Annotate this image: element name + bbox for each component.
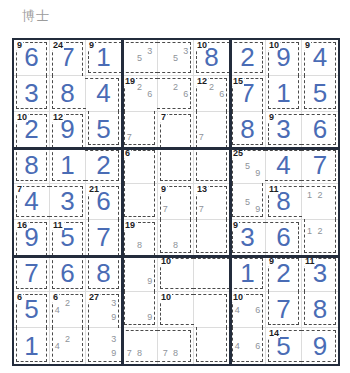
cell-r8c8[interactable]: 7	[266, 292, 302, 328]
cell-r9c6[interactable]	[194, 328, 230, 364]
cell-r4c3[interactable]: 2	[86, 148, 122, 184]
pencil-mark: 9	[255, 204, 260, 213]
cage-sum-label: 16	[16, 220, 28, 230]
pencil-mark: 4	[235, 342, 240, 351]
cell-r6c3[interactable]: 7	[86, 220, 122, 256]
pencil-mark: 6	[219, 89, 224, 98]
cell-r9c9[interactable]: 9	[302, 328, 338, 364]
cell-r7c7[interactable]: 1	[230, 256, 266, 292]
cage-sum-label: 21	[88, 184, 100, 194]
pencil-mark: 5	[137, 53, 142, 62]
cage-sum-label: 11	[52, 220, 64, 230]
pencil-mark: 8	[137, 349, 142, 358]
pencil-mark: 4	[55, 342, 60, 351]
pencil-mark: 8	[173, 240, 178, 249]
cell-digit: 1	[50, 148, 85, 183]
cell-r5c6[interactable]: 137	[194, 184, 230, 220]
cage-sum-label: 11	[304, 256, 316, 266]
cell-digit: 6	[266, 220, 301, 255]
cell-r2c8[interactable]: 1	[266, 76, 302, 112]
cage-sum-label: 10	[196, 40, 208, 50]
cell-digit: 6	[50, 256, 85, 291]
pencil-mark: 3	[111, 334, 116, 343]
cage-sum-label: 14	[268, 328, 280, 338]
cage-sum-label: 27	[88, 292, 100, 302]
pencil-mark: 8	[173, 349, 178, 358]
cell-r4c6[interactable]	[194, 148, 230, 184]
cell-digit: 7	[302, 148, 338, 183]
pencil-mark: 8	[137, 240, 142, 249]
cell-digit: 1	[14, 328, 49, 364]
pencil-mark: 7	[199, 132, 204, 141]
pencil-mark: 2	[65, 334, 70, 343]
cell-r1c6[interactable]: 108	[194, 40, 230, 76]
cell-r5c5[interactable]: 97	[158, 184, 194, 220]
cage-border	[193, 294, 227, 328]
cage-sum-label: 10	[232, 292, 244, 302]
cell-r3c7[interactable]: 8	[230, 112, 266, 148]
cage-sum-label: 9	[16, 40, 23, 50]
cell-r6c5[interactable]: 8	[158, 220, 194, 256]
cell-r1c1[interactable]: 96	[14, 40, 50, 76]
pencil-mark: 2	[317, 190, 322, 199]
cell-r7c3[interactable]: 8	[86, 256, 122, 292]
cell-r3c3[interactable]: 5	[86, 112, 122, 148]
cell-digit: 6	[302, 112, 338, 147]
cell-r4c1[interactable]: 8	[14, 148, 50, 184]
pencil-mark: 5	[245, 197, 250, 206]
cell-r7c6[interactable]	[194, 256, 230, 292]
cell-r5c1[interactable]: 74	[14, 184, 50, 220]
cell-r4c7[interactable]: 2559	[230, 148, 266, 184]
pencil-mark: 9	[147, 276, 152, 285]
cell-r1c8[interactable]: 109	[266, 40, 302, 76]
pencil-mark: 7	[127, 132, 132, 141]
cell-r9c4[interactable]: 78	[122, 328, 158, 364]
pencil-mark: 7	[163, 204, 168, 213]
cell-digit: 1	[230, 256, 265, 291]
cage-sum-label: 9	[160, 184, 167, 194]
cell-digit: 8	[302, 292, 338, 327]
cell-r2c7[interactable]: 157	[230, 76, 266, 112]
cell-digit: 7	[86, 220, 121, 255]
killer-sudoku-board: 9624791353510821099438419262612261571510…	[14, 40, 338, 364]
cell-r2c1[interactable]: 3	[14, 76, 50, 112]
cell-r9c8[interactable]: 145	[266, 328, 302, 364]
cell-digit: 8	[86, 256, 121, 291]
pencil-mark: 6	[255, 342, 260, 351]
cell-r2c6[interactable]: 1226	[194, 76, 230, 112]
cell-r3c5[interactable]: 7	[158, 112, 194, 148]
cell-digit: 3	[50, 184, 85, 219]
pencil-mark: 5	[173, 53, 178, 62]
cell-r6c2[interactable]: 115	[50, 220, 86, 256]
cell-r3c9[interactable]: 6	[302, 112, 338, 148]
cell-r5c8[interactable]: 118	[266, 184, 302, 220]
cell-r6c8[interactable]: 6	[266, 220, 302, 256]
pencil-mark: 6	[147, 89, 152, 98]
pencil-mark: 9	[255, 168, 260, 177]
cage-border	[196, 147, 227, 181]
cell-r4c8[interactable]: 4	[266, 148, 302, 184]
cage-sum-label: 24	[52, 40, 64, 50]
cell-r8c2[interactable]: 624	[50, 292, 86, 328]
cell-r8c7[interactable]: 1046	[230, 292, 266, 328]
cell-r8c6[interactable]	[194, 292, 230, 328]
cell-r8c5[interactable]: 10	[158, 292, 194, 328]
cell-r3c4[interactable]: 7	[122, 112, 158, 148]
cell-r9c7[interactable]: 46	[230, 328, 266, 364]
cell-digit: 9	[302, 328, 338, 364]
cage-sum-label: 7	[16, 184, 23, 194]
cage-sum-label: 9	[88, 40, 95, 50]
pencil-mark: 1	[307, 190, 312, 199]
cell-digit: 4	[86, 76, 121, 111]
pencil-mark: 7	[127, 349, 132, 358]
pencil-mark: 3	[147, 46, 152, 55]
cell-r1c9[interactable]: 94	[302, 40, 338, 76]
pencil-mark: 2	[65, 298, 70, 307]
pencil-mark: 7	[163, 349, 168, 358]
cell-r8c4[interactable]: 9	[122, 292, 158, 328]
cell-r7c4[interactable]: 9	[122, 256, 158, 292]
cell-r4c9[interactable]: 7	[302, 148, 338, 184]
pencil-mark: 9	[111, 312, 116, 321]
cell-r3c2[interactable]: 129	[50, 112, 86, 148]
cage-sum-label: 9	[304, 40, 311, 50]
cell-r1c7[interactable]: 2	[230, 40, 266, 76]
cell-r5c2[interactable]: 3	[50, 184, 86, 220]
cage-border	[160, 147, 191, 181]
cell-r8c9[interactable]: 8	[302, 292, 338, 328]
cage-sum-label: 10	[160, 256, 172, 266]
cage-sum-label: 6	[52, 292, 59, 302]
cell-r6c4[interactable]: 198	[122, 220, 158, 256]
pencil-mark: 2	[317, 226, 322, 235]
pencil-mark: 4	[235, 305, 240, 314]
cell-r5c3[interactable]: 216	[86, 184, 122, 220]
cell-digit: 2	[86, 148, 121, 183]
pencil-mark: 4	[55, 305, 60, 314]
cell-r6c6[interactable]	[194, 220, 230, 256]
cage-sum-label: 9	[268, 112, 275, 122]
cage-sum-label: 10	[160, 292, 172, 302]
cell-digit: 2	[230, 40, 265, 75]
pencil-mark: 2	[209, 82, 214, 91]
cell-r7c2[interactable]: 6	[50, 256, 86, 292]
cage-sum-label: 15	[232, 76, 244, 86]
cell-digit: 8	[230, 112, 265, 147]
cage-sum-label: 10	[268, 40, 280, 50]
pencil-mark: 3	[111, 298, 116, 307]
cell-r7c9[interactable]: 113	[302, 256, 338, 292]
cage-border	[196, 219, 227, 253]
pencil-mark: 6	[255, 305, 260, 314]
cell-digit: 7	[266, 292, 301, 327]
cell-r9c3[interactable]: 39	[86, 328, 122, 364]
pencil-mark: 5	[245, 161, 250, 170]
cage-sum-label: 10	[16, 112, 28, 122]
cage-sum-label: 6	[124, 148, 131, 158]
cage-border	[88, 327, 122, 362]
cell-r1c2[interactable]: 247	[50, 40, 86, 76]
cage-border	[124, 255, 155, 292]
cell-r9c5[interactable]: 78	[158, 328, 194, 364]
cell-r2c5[interactable]: 26	[158, 76, 194, 112]
difficulty-label: 博士	[22, 7, 50, 25]
cell-digit: 7	[14, 256, 49, 291]
cage-sum-label: 12	[196, 76, 208, 86]
cell-r2c9[interactable]: 5	[302, 76, 338, 112]
pencil-mark: 9	[147, 312, 152, 321]
cell-r4c2[interactable]: 1	[50, 148, 86, 184]
pencil-mark: 2	[173, 82, 178, 91]
cell-r6c7[interactable]: 93	[230, 220, 266, 256]
cage-border	[124, 183, 155, 217]
cell-r9c1[interactable]: 1	[14, 328, 50, 364]
cage-border	[196, 327, 227, 362]
cell-digit: 4	[266, 148, 301, 183]
pencil-mark: 7	[199, 204, 204, 213]
pencil-mark: 6	[183, 89, 188, 98]
cell-r5c4[interactable]	[122, 184, 158, 220]
cell-r1c5[interactable]: 35	[158, 40, 194, 76]
cell-digit: 5	[86, 112, 121, 147]
cell-r2c2[interactable]: 8	[50, 76, 86, 112]
cage-sum-label: 9	[268, 256, 275, 266]
cell-r2c3[interactable]: 4	[86, 76, 122, 112]
cell-r2c4[interactable]: 1926	[122, 76, 158, 112]
cell-r6c9[interactable]: 12	[302, 220, 338, 256]
cage-sum-label: 19	[124, 76, 136, 86]
cage-sum-label: 19	[124, 220, 136, 230]
cell-r5c7[interactable]: 59	[230, 184, 266, 220]
cage-sum-label: 11	[268, 184, 280, 194]
pencil-mark: 9	[111, 349, 116, 358]
cell-r4c4[interactable]: 6	[122, 148, 158, 184]
cage-sum-label: 25	[232, 148, 244, 158]
cell-digit: 1	[266, 76, 301, 111]
cage-border	[193, 258, 230, 289]
cell-r9c2[interactable]: 24	[50, 328, 86, 364]
cell-r3c6[interactable]: 7	[194, 112, 230, 148]
board-frame: 9624791353510821099438419262612261571510…	[12, 38, 340, 366]
pencil-mark: 2	[137, 82, 142, 91]
cell-r5c9[interactable]: 12	[302, 184, 338, 220]
cage-sum-label: 7	[160, 112, 167, 122]
cage-sum-label: 9	[232, 220, 239, 230]
cage-sum-label: 13	[196, 184, 208, 194]
cell-r8c1[interactable]: 65	[14, 292, 50, 328]
cell-r7c8[interactable]: 92	[266, 256, 302, 292]
cell-r7c1[interactable]: 7	[14, 256, 50, 292]
cell-r3c8[interactable]: 93	[266, 112, 302, 148]
pencil-mark: 3	[183, 46, 188, 55]
cell-digit: 3	[14, 76, 49, 111]
cell-r7c5[interactable]: 10	[158, 256, 194, 292]
cage-border	[196, 111, 227, 148]
cell-r3c1[interactable]: 102	[14, 112, 50, 148]
cage-sum-label: 12	[52, 112, 64, 122]
cell-r4c5[interactable]	[158, 148, 194, 184]
cell-digit: 8	[14, 148, 49, 183]
pencil-mark: 1	[307, 226, 312, 235]
cell-digit: 8	[50, 76, 85, 111]
cell-r1c3[interactable]: 91	[86, 40, 122, 76]
cage-sum-label: 6	[16, 292, 23, 302]
cell-r8c3[interactable]: 2739	[86, 292, 122, 328]
cell-r1c4[interactable]: 35	[122, 40, 158, 76]
cell-r6c1[interactable]: 169	[14, 220, 50, 256]
cell-digit: 5	[302, 76, 338, 111]
